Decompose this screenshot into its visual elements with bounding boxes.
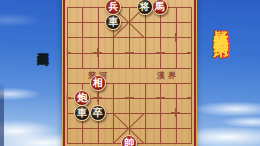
black-general[interactable]: 将 <box>137 0 153 15</box>
point-marker <box>156 48 165 57</box>
point-marker <box>93 93 102 102</box>
point-marker <box>93 48 102 57</box>
xiangqi-board[interactable]: 楚河 漢界 兵将馬車相炮車卒帥 <box>62 0 197 146</box>
point-marker <box>125 48 134 57</box>
point-marker <box>78 33 87 42</box>
point-marker <box>171 108 180 117</box>
right-vertical-title: 疑难绝妙实用 <box>211 18 230 33</box>
grid-line <box>160 83 161 144</box>
grid-line <box>67 7 68 144</box>
point-marker <box>171 33 180 42</box>
left-edge-shadow <box>0 82 4 146</box>
point-marker <box>125 93 134 102</box>
red-elephant[interactable]: 相 <box>90 75 106 91</box>
grid-line <box>160 7 161 68</box>
grid-line <box>98 7 99 68</box>
scene: 象棋刘正哥 疑难绝妙实用 楚河 漢界 兵将馬車相炮車卒帥 <box>0 0 260 146</box>
point-marker <box>156 93 165 102</box>
red-general[interactable]: 帥 <box>121 135 137 146</box>
grid-line <box>145 7 146 68</box>
grid-line <box>129 7 130 68</box>
left-vertical-title: 象棋刘正哥 <box>34 42 51 45</box>
grid-line <box>191 7 192 144</box>
black-soldier[interactable]: 卒 <box>90 105 106 121</box>
river-label-hanjie: 漢界 <box>157 70 179 81</box>
